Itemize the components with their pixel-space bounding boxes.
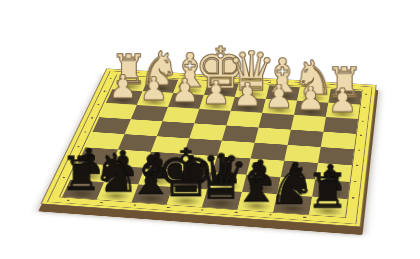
piece-shadow: [240, 199, 274, 211]
rook-icon: ♜: [326, 66, 363, 100]
square-c1: ♝: [266, 85, 300, 100]
square-g8: ♞: [97, 182, 139, 202]
piece-shadow: [108, 95, 138, 104]
piece-shadow: [275, 202, 308, 214]
chess-board: ♜♞♝♚♛♝♞♜♟♟♟♟♟♟♟♟♟♟♟♟♟♟♟♟♜♞♝♚♛♝♞♜: [40, 69, 376, 227]
piece-shadow: [141, 175, 174, 186]
square-f4: [157, 121, 195, 138]
piece-shadow: [204, 197, 238, 209]
square-h4: [92, 117, 130, 134]
square-d7: ♟: [207, 172, 246, 191]
square-h8: ♜: [62, 180, 104, 200]
square-f3: [162, 107, 199, 123]
square-a3: [323, 117, 358, 134]
knight-icon: ♞: [292, 59, 334, 98]
square-a5: [318, 147, 354, 165]
square-e8: ♚: [167, 187, 208, 207]
square-d4: [222, 125, 259, 142]
square-g3: [131, 105, 168, 121]
piece-shadow: [99, 190, 133, 202]
piece-shadow: [210, 180, 243, 191]
square-d8: ♛: [202, 189, 242, 209]
square-c8: ♝: [237, 192, 277, 212]
square-a7: ♟: [312, 180, 350, 200]
square-c7: ♟: [242, 175, 281, 195]
piece-shadow: [65, 187, 100, 199]
board-grid: ♜♞♝♚♛♝♞♜♟♟♟♟♟♟♟♟♟♟♟♟♟♟♟♟♜♞♝♚♛♝♞♜: [62, 76, 362, 217]
photo-background: ♜♞♝♚♛♝♞♜♟♟♟♟♟♟♟♟♟♟♟♟♟♟♟♟♜♞♝♚♛♝♞♜: [0, 0, 420, 259]
square-b4: [288, 130, 324, 147]
square-e4: [189, 123, 226, 140]
square-b8: ♞: [273, 194, 312, 214]
bishop-icon: ♝: [261, 58, 303, 97]
piece-shadow: [311, 204, 344, 216]
piece-shadow: [134, 192, 168, 204]
square-e5: [184, 138, 222, 156]
piece-shadow: [73, 170, 107, 181]
square-c5: [251, 143, 288, 161]
square-a8: ♜: [309, 197, 347, 218]
piece-shadow: [169, 194, 203, 206]
bishop-icon: ♝: [169, 52, 211, 90]
rook-icon: ♜: [111, 53, 148, 87]
board-perspective-wrapper: ♜♞♝♚♛♝♞♜♟♟♟♟♟♟♟♟♟♟♟♟♟♟♟♟♜♞♝♚♛♝♞♜: [40, 69, 376, 227]
